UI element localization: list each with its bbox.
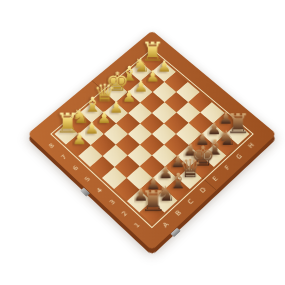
playing-area-inlay: ♜♞♝♛♚♝♞♜♟♟♟♟♟♟♟♟♟♟♟♟♟♟♟♟♜♞♝♛♚♝♞♜ — [50, 48, 254, 228]
white-rook[interactable]: ♜ — [140, 187, 165, 215]
squares-grid: ♜♞♝♛♚♝♞♜♟♟♟♟♟♟♟♟♟♟♟♟♟♟♟♟♜♞♝♛♚♝♞♜ — [54, 52, 249, 224]
black-pawn[interactable]: ♟ — [122, 89, 136, 105]
black-pawn[interactable]: ♟ — [72, 132, 86, 148]
chess-board: ABCDEFGH 12345678 ♜♞♝♛♚♝♞♜♟♟♟♟♟♟♟♟♟♟♟♟♟♟… — [28, 31, 277, 251]
square-a1[interactable]: ♜ — [139, 201, 164, 224]
black-pawn[interactable]: ♟ — [158, 59, 172, 74]
black-pawn[interactable]: ♟ — [85, 121, 99, 137]
black-pawn[interactable]: ♟ — [97, 110, 111, 126]
black-pawn[interactable]: ♟ — [146, 69, 160, 85]
black-pawn[interactable]: ♟ — [110, 100, 124, 116]
board-frame: ABCDEFGH 12345678 ♜♞♝♛♚♝♞♜♟♟♟♟♟♟♟♟♟♟♟♟♟♟… — [28, 31, 277, 251]
photo-background: ABCDEFGH 12345678 ♜♞♝♛♚♝♞♜♟♟♟♟♟♟♟♟♟♟♟♟♟♟… — [0, 0, 285, 285]
